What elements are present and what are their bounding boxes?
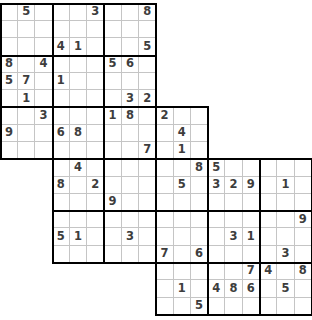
cell-r18c18[interactable] xyxy=(295,298,312,315)
cell-r4c4[interactable] xyxy=(53,56,70,73)
cell-r11c18[interactable] xyxy=(295,177,312,194)
cell-r13c5[interactable] xyxy=(70,211,87,228)
cell-r15c6[interactable] xyxy=(87,246,104,263)
cell-r10c16[interactable] xyxy=(260,159,277,176)
cell-r10c8[interactable] xyxy=(122,159,139,176)
cell-r12c11[interactable] xyxy=(174,194,191,211)
cell-r5c7[interactable] xyxy=(104,73,121,90)
cell-r7c10: 2 xyxy=(156,107,173,124)
cell-r5c6[interactable] xyxy=(87,73,104,90)
cell-r12c14[interactable] xyxy=(225,194,242,211)
cell-r8c8[interactable] xyxy=(122,125,139,142)
bottom-right-grid-line-h0 xyxy=(155,158,312,160)
cell-r8c12[interactable] xyxy=(191,125,208,142)
cell-r9c12[interactable] xyxy=(191,142,208,159)
cell-r8c7[interactable] xyxy=(104,125,121,142)
bottom-right-grid-line-h6 xyxy=(155,262,312,264)
cell-r8c4: 6 xyxy=(53,125,70,142)
cell-r3c4: 4 xyxy=(53,38,70,55)
cell-r6c1[interactable] xyxy=(1,90,18,107)
cell-r16c11[interactable] xyxy=(174,263,191,280)
cell-r11c17: 1 xyxy=(277,177,294,194)
cell-r1c7[interactable] xyxy=(104,4,121,21)
cell-r18c16[interactable] xyxy=(260,298,277,315)
cell-r13c12[interactable] xyxy=(191,211,208,228)
cell-r9c4[interactable] xyxy=(53,142,70,159)
cell-r5c2: 7 xyxy=(18,73,35,90)
cell-r13c13[interactable] xyxy=(208,211,225,228)
cell-r12c13[interactable] xyxy=(208,194,225,211)
cell-r6c3[interactable] xyxy=(35,90,52,107)
cell-r12c6[interactable] xyxy=(87,194,104,211)
cell-r11c12[interactable] xyxy=(191,177,208,194)
cell-r7c7: 1 xyxy=(104,107,121,124)
cell-r14c14: 3 xyxy=(225,228,242,245)
cell-r17c10[interactable] xyxy=(156,280,173,297)
cell-r15c16[interactable] xyxy=(260,246,277,263)
bottom-right-grid-line-v0 xyxy=(155,158,157,316)
bottom-right-grid-line-v9 xyxy=(311,158,312,316)
cell-r14c7[interactable] xyxy=(104,228,121,245)
cell-r7c1[interactable] xyxy=(1,107,18,124)
cell-r1c8[interactable] xyxy=(122,4,139,21)
cell-r10c11[interactable] xyxy=(174,159,191,176)
cell-r8c2[interactable] xyxy=(18,125,35,142)
cell-r1c1[interactable] xyxy=(1,4,18,21)
cell-r13c9[interactable] xyxy=(139,211,156,228)
cell-r10c5: 4 xyxy=(70,159,87,176)
cell-r12c5[interactable] xyxy=(70,194,87,211)
cell-r3c2[interactable] xyxy=(18,38,35,55)
top-left-grid-line-h0 xyxy=(0,3,157,5)
cell-r10c18[interactable] xyxy=(295,159,312,176)
cell-r13c17[interactable] xyxy=(277,211,294,228)
cell-r18c13[interactable] xyxy=(208,298,225,315)
cell-r1c2: 5 xyxy=(18,4,35,21)
cell-r9c1[interactable] xyxy=(1,142,18,159)
cell-r15c12: 6 xyxy=(191,246,208,263)
cell-r10c10[interactable] xyxy=(156,159,173,176)
cell-r11c14: 2 xyxy=(225,177,242,194)
cell-r8c11: 4 xyxy=(174,125,191,142)
cell-r16c17[interactable] xyxy=(277,263,294,280)
cell-r12c7: 9 xyxy=(104,194,121,211)
cell-r13c11[interactable] xyxy=(174,211,191,228)
cell-r13c14[interactable] xyxy=(225,211,242,228)
cell-r14c11[interactable] xyxy=(174,228,191,245)
cell-r6c2: 1 xyxy=(18,90,35,107)
cell-r14c13[interactable] xyxy=(208,228,225,245)
cell-r5c9[interactable] xyxy=(139,73,156,90)
cell-r11c11: 5 xyxy=(174,177,191,194)
cell-r7c6[interactable] xyxy=(87,107,104,124)
cell-r14c9[interactable] xyxy=(139,228,156,245)
cell-r2c2[interactable] xyxy=(18,21,35,38)
cell-r9c6[interactable] xyxy=(87,142,104,159)
cell-r12c9[interactable] xyxy=(139,194,156,211)
cell-r18c10[interactable] xyxy=(156,298,173,315)
cell-r1c6: 3 xyxy=(87,4,104,21)
cell-r15c4[interactable] xyxy=(53,246,70,263)
cell-r1c3[interactable] xyxy=(35,4,52,21)
cell-r4c7: 5 xyxy=(104,56,121,73)
cell-r2c3[interactable] xyxy=(35,21,52,38)
cell-r12c16[interactable] xyxy=(260,194,277,211)
cell-r6c5[interactable] xyxy=(70,90,87,107)
cell-r15c5[interactable] xyxy=(70,246,87,263)
cell-r17c14: 8 xyxy=(225,280,242,297)
cell-r9c3[interactable] xyxy=(35,142,52,159)
cell-r11c6: 2 xyxy=(87,177,104,194)
cell-r7c12[interactable] xyxy=(191,107,208,124)
cell-r17c18[interactable] xyxy=(295,280,312,297)
cell-r16c10[interactable] xyxy=(156,263,173,280)
cell-r9c2[interactable] xyxy=(18,142,35,159)
cell-r9c9: 7 xyxy=(139,142,156,159)
cell-r17c17: 5 xyxy=(277,280,294,297)
cell-r3c6[interactable] xyxy=(87,38,104,55)
cell-r15c18[interactable] xyxy=(295,246,312,263)
cell-r1c9: 8 xyxy=(139,4,156,21)
cell-r12c18[interactable] xyxy=(295,194,312,211)
cell-r18c12: 5 xyxy=(191,298,208,315)
cell-r13c7[interactable] xyxy=(104,211,121,228)
cell-r5c3[interactable] xyxy=(35,73,52,90)
cell-r7c2[interactable] xyxy=(18,107,35,124)
cell-r7c8: 8 xyxy=(122,107,139,124)
cell-r17c12[interactable] xyxy=(191,280,208,297)
cell-r13c18: 9 xyxy=(295,211,312,228)
cell-r4c1: 8 xyxy=(1,56,18,73)
cell-r4c6[interactable] xyxy=(87,56,104,73)
cell-r17c13: 4 xyxy=(208,280,225,297)
cell-r10c15[interactable] xyxy=(243,159,260,176)
cell-r9c7[interactable] xyxy=(104,142,121,159)
top-left-grid-line-h3 xyxy=(0,55,157,57)
cell-r10c17[interactable] xyxy=(277,159,294,176)
cell-r10c12: 8 xyxy=(191,159,208,176)
cell-r3c9: 5 xyxy=(139,38,156,55)
cell-r5c5[interactable] xyxy=(70,73,87,90)
cell-r9c11: 1 xyxy=(174,142,191,159)
sudoku-board: 5384158456571132318296847148582532919951… xyxy=(0,0,312,320)
cell-r14c18[interactable] xyxy=(295,228,312,245)
cell-r14c8: 3 xyxy=(122,228,139,245)
cell-r14c6[interactable] xyxy=(87,228,104,245)
cell-r8c5: 8 xyxy=(70,125,87,142)
cell-r11c15: 9 xyxy=(243,177,260,194)
cell-r12c4[interactable] xyxy=(53,194,70,211)
cell-r10c13: 5 xyxy=(208,159,225,176)
bottom-right-grid-line-v3 xyxy=(207,158,209,316)
cell-r9c8[interactable] xyxy=(122,142,139,159)
cell-r14c5: 1 xyxy=(70,228,87,245)
cell-r3c3[interactable] xyxy=(35,38,52,55)
cell-r7c9[interactable] xyxy=(139,107,156,124)
cell-r3c5: 1 xyxy=(70,38,87,55)
cell-r17c15: 6 xyxy=(243,280,260,297)
cell-r13c15[interactable] xyxy=(243,211,260,228)
cell-r1c5[interactable] xyxy=(70,4,87,21)
cell-r8c3[interactable] xyxy=(35,125,52,142)
cell-r15c14[interactable] xyxy=(225,246,242,263)
cell-r2c5[interactable] xyxy=(70,21,87,38)
cell-r18c15[interactable] xyxy=(243,298,260,315)
cell-r10c6[interactable] xyxy=(87,159,104,176)
cell-r15c10: 7 xyxy=(156,246,173,263)
cell-r9c10[interactable] xyxy=(156,142,173,159)
cell-r14c17[interactable] xyxy=(277,228,294,245)
cell-r11c4: 8 xyxy=(53,177,70,194)
cell-r16c18: 8 xyxy=(295,263,312,280)
cell-r14c15: 1 xyxy=(243,228,260,245)
cell-r5c8[interactable] xyxy=(122,73,139,90)
cell-r2c7[interactable] xyxy=(104,21,121,38)
cell-r14c4: 5 xyxy=(53,228,70,245)
cell-r16c12[interactable] xyxy=(191,263,208,280)
cell-r6c6[interactable] xyxy=(87,90,104,107)
cell-r7c11[interactable] xyxy=(174,107,191,124)
cell-r11c9[interactable] xyxy=(139,177,156,194)
cell-r12c15[interactable] xyxy=(243,194,260,211)
cell-r11c16[interactable] xyxy=(260,177,277,194)
cell-r8c1: 9 xyxy=(1,125,18,142)
cell-r2c1[interactable] xyxy=(1,21,18,38)
middle-grid-line-h0 xyxy=(52,106,210,108)
cell-r16c16: 4 xyxy=(260,263,277,280)
cell-r6c9: 2 xyxy=(139,90,156,107)
cell-r11c7[interactable] xyxy=(104,177,121,194)
cell-r15c15[interactable] xyxy=(243,246,260,263)
cell-r7c5[interactable] xyxy=(70,107,87,124)
cell-r2c4[interactable] xyxy=(53,21,70,38)
cell-r15c9[interactable] xyxy=(139,246,156,263)
cell-r1c4[interactable] xyxy=(53,4,70,21)
bottom-right-grid-line-h9 xyxy=(155,314,312,316)
cell-r4c3: 4 xyxy=(35,56,52,73)
cell-r14c16[interactable] xyxy=(260,228,277,245)
cell-r8c6[interactable] xyxy=(87,125,104,142)
cell-r13c16[interactable] xyxy=(260,211,277,228)
cell-r15c17: 3 xyxy=(277,246,294,263)
cell-r7c4[interactable] xyxy=(53,107,70,124)
cell-r3c8[interactable] xyxy=(122,38,139,55)
cell-r16c15: 7 xyxy=(243,263,260,280)
cell-r13c8[interactable] xyxy=(122,211,139,228)
cell-r2c9[interactable] xyxy=(139,21,156,38)
cell-r8c9[interactable] xyxy=(139,125,156,142)
cell-r10c4[interactable] xyxy=(53,159,70,176)
cell-r15c8[interactable] xyxy=(122,246,139,263)
cell-r11c13: 3 xyxy=(208,177,225,194)
cell-r3c1[interactable] xyxy=(1,38,18,55)
cell-r11c10[interactable] xyxy=(156,177,173,194)
cell-r2c8[interactable] xyxy=(122,21,139,38)
cell-r4c9[interactable] xyxy=(139,56,156,73)
cell-r8c10[interactable] xyxy=(156,125,173,142)
cell-r12c10[interactable] xyxy=(156,194,173,211)
middle-grid-line-v0 xyxy=(52,106,54,264)
cell-r17c11: 1 xyxy=(174,280,191,297)
cell-r13c4[interactable] xyxy=(53,211,70,228)
cell-r10c7[interactable] xyxy=(104,159,121,176)
cell-r2c6[interactable] xyxy=(87,21,104,38)
cell-r13c6[interactable] xyxy=(87,211,104,228)
cell-r5c1: 5 xyxy=(1,73,18,90)
cell-r16c13[interactable] xyxy=(208,263,225,280)
cell-r16c14[interactable] xyxy=(225,263,242,280)
cell-r10c14[interactable] xyxy=(225,159,242,176)
bottom-right-grid-line-v6 xyxy=(259,158,261,316)
cell-r6c4[interactable] xyxy=(53,90,70,107)
cell-r13c10[interactable] xyxy=(156,211,173,228)
cell-r14c10[interactable] xyxy=(156,228,173,245)
cell-r12c17[interactable] xyxy=(277,194,294,211)
cell-r4c5[interactable] xyxy=(70,56,87,73)
cell-r11c8[interactable] xyxy=(122,177,139,194)
cell-r14c12[interactable] xyxy=(191,228,208,245)
cell-r6c8: 3 xyxy=(122,90,139,107)
cell-r3c7[interactable] xyxy=(104,38,121,55)
cell-r5c4: 1 xyxy=(53,73,70,90)
middle-grid-line-v3 xyxy=(103,106,105,264)
cell-r18c14[interactable] xyxy=(225,298,242,315)
cell-r4c8: 6 xyxy=(122,56,139,73)
cell-r15c13[interactable] xyxy=(208,246,225,263)
cell-r15c11[interactable] xyxy=(174,246,191,263)
cell-r12c12[interactable] xyxy=(191,194,208,211)
cell-r18c17[interactable] xyxy=(277,298,294,315)
cell-r4c2[interactable] xyxy=(18,56,35,73)
cell-r17c16[interactable] xyxy=(260,280,277,297)
cell-r18c11[interactable] xyxy=(174,298,191,315)
cell-r9c5[interactable] xyxy=(70,142,87,159)
cell-r11c5[interactable] xyxy=(70,177,87,194)
cell-r6c7[interactable] xyxy=(104,90,121,107)
cell-r12c8[interactable] xyxy=(122,194,139,211)
cell-r7c3: 3 xyxy=(35,107,52,124)
cell-r15c7[interactable] xyxy=(104,246,121,263)
bottom-right-grid-line-h3 xyxy=(155,210,312,212)
cell-r10c9[interactable] xyxy=(139,159,156,176)
top-left-grid-line-v0 xyxy=(0,3,2,161)
